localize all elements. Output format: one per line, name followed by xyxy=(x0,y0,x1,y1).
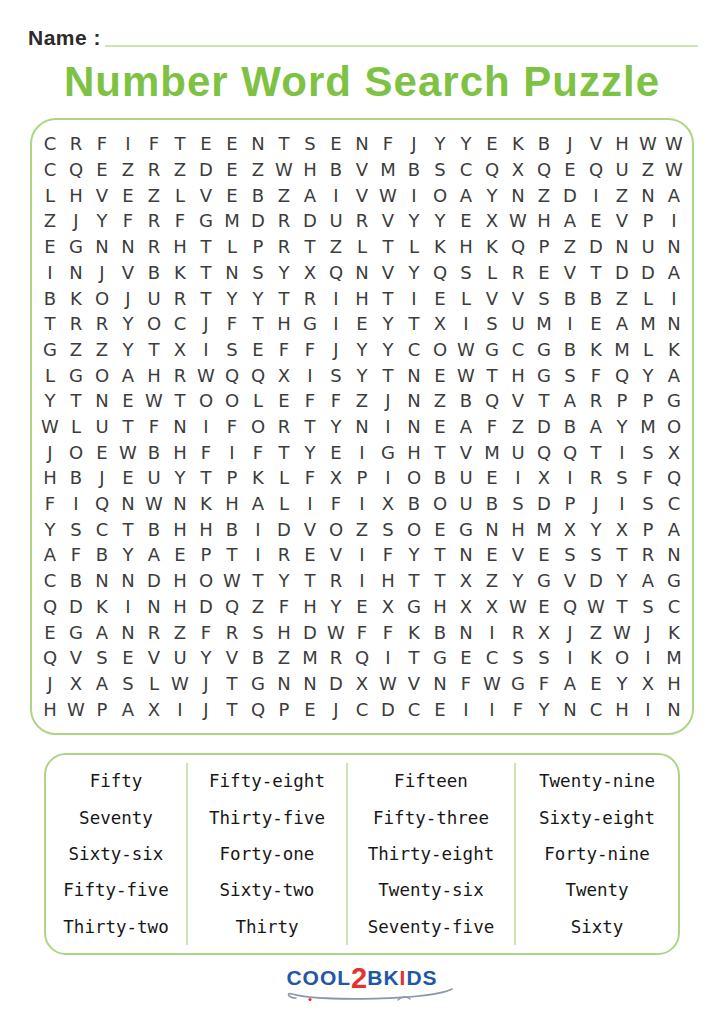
grid-cell: E xyxy=(193,131,219,157)
grid-cell: T xyxy=(531,388,557,414)
grid-cell: H xyxy=(661,671,687,697)
grid-cell: R xyxy=(297,285,323,311)
grid-cell: I xyxy=(557,645,583,671)
grid-cell: F xyxy=(219,311,245,337)
grid-cell: O xyxy=(245,414,271,440)
grid-cell: Y xyxy=(401,542,427,568)
grid-cell: Y xyxy=(271,568,297,594)
grid-cell: N xyxy=(297,671,323,697)
grid-cell: K xyxy=(63,285,89,311)
grid-cell: I xyxy=(115,131,141,157)
grid-cell: Q xyxy=(531,157,557,183)
grid-cell: E xyxy=(583,311,609,337)
grid-cell: H xyxy=(271,311,297,337)
grid-cell: A xyxy=(37,542,63,568)
grid-cell: K xyxy=(479,234,505,260)
grid-cell: H xyxy=(531,208,557,234)
grid-cell: T xyxy=(219,671,245,697)
word-item: Thirty-two xyxy=(63,917,168,937)
grid-cell: S xyxy=(557,542,583,568)
grid-cell: L xyxy=(271,465,297,491)
grid-cell: F xyxy=(635,465,661,491)
logo-swoosh-icon xyxy=(280,987,458,1003)
grid-cell: A xyxy=(635,568,661,594)
grid-cell: E xyxy=(531,594,557,620)
grid-cell: F xyxy=(89,131,115,157)
grid-cell: T xyxy=(63,388,89,414)
grid-cell: I xyxy=(245,516,271,542)
grid-cell: T xyxy=(427,542,453,568)
grid-cell: V xyxy=(89,182,115,208)
grid-cell: O xyxy=(193,568,219,594)
grid-cell: J xyxy=(193,696,219,722)
grid-cell: L xyxy=(401,234,427,260)
grid-cell: D xyxy=(609,259,635,285)
grid-cell: Z xyxy=(479,568,505,594)
grid-cell: W xyxy=(271,157,297,183)
word-item: Fifty-eight xyxy=(209,771,325,791)
grid-cell: F xyxy=(375,542,401,568)
grid-cell: H xyxy=(37,465,63,491)
grid-cell: V xyxy=(323,542,349,568)
grid-cell: D xyxy=(531,491,557,517)
grid-cell: L xyxy=(141,671,167,697)
grid-cell: F xyxy=(37,491,63,517)
grid-cell: F xyxy=(141,414,167,440)
grid-cell: X xyxy=(427,311,453,337)
grid-cell: T xyxy=(115,414,141,440)
worksheet-page: Name : Number Word Search Puzzle CRFIFTE… xyxy=(0,0,724,1024)
grid-cell: U xyxy=(167,645,193,671)
grid-cell: T xyxy=(427,439,453,465)
grid-cell: N xyxy=(89,388,115,414)
grid-cell: E xyxy=(453,645,479,671)
grid-cell: B xyxy=(557,337,583,363)
grid-cell: N xyxy=(141,594,167,620)
grid-cell: W xyxy=(141,491,167,517)
grid-cell: Z xyxy=(167,157,193,183)
grid-cell: J xyxy=(583,491,609,517)
grid-cell: B xyxy=(245,182,271,208)
grid-cell: P xyxy=(635,208,661,234)
grid-cell: V xyxy=(583,131,609,157)
grid-cell: X xyxy=(167,337,193,363)
word-item: Thirty-five xyxy=(209,808,325,828)
grid-cell: H xyxy=(219,491,245,517)
grid-cell: H xyxy=(375,568,401,594)
logo-text-cool: COOL xyxy=(286,966,351,989)
grid-cell: Y xyxy=(323,594,349,620)
grid-cell: A xyxy=(453,182,479,208)
grid-cell: Y xyxy=(37,516,63,542)
grid-cell: E xyxy=(453,208,479,234)
grid-cell: Q xyxy=(323,259,349,285)
grid-cell: T xyxy=(297,414,323,440)
grid-cell: G xyxy=(37,337,63,363)
word-item: Sixty-six xyxy=(69,844,164,864)
grid-cell: I xyxy=(63,491,89,517)
grid-cell: Y xyxy=(583,516,609,542)
word-item: Twenty-six xyxy=(378,880,483,900)
grid-cell: I xyxy=(557,311,583,337)
grid-cell: D xyxy=(323,671,349,697)
grid-cell: A xyxy=(557,388,583,414)
word-list: FiftySeventySixty-sixFifty-fiveThirty-tw… xyxy=(44,753,680,955)
grid-cell: H xyxy=(427,594,453,620)
grid-cell: Y xyxy=(609,414,635,440)
grid-cell: R xyxy=(323,568,349,594)
grid-cell: W xyxy=(193,362,219,388)
grid-cell: H xyxy=(141,362,167,388)
grid-cell: V xyxy=(115,259,141,285)
grid-cell: F xyxy=(141,131,167,157)
grid-cell: F xyxy=(271,594,297,620)
grid-cell: Q xyxy=(349,645,375,671)
grid-cell: D xyxy=(531,414,557,440)
grid-cell: P xyxy=(219,465,245,491)
grid-cell: I xyxy=(479,696,505,722)
grid-cell: J xyxy=(37,439,63,465)
grid-cell: S xyxy=(245,259,271,285)
grid-cell: X xyxy=(141,696,167,722)
grid-cell: O xyxy=(193,388,219,414)
grid-cell: T xyxy=(271,439,297,465)
grid-cell: S xyxy=(375,516,401,542)
grid-cell: S xyxy=(531,285,557,311)
grid-cell: H xyxy=(505,362,531,388)
grid-cell: T xyxy=(583,259,609,285)
grid-cell: W xyxy=(375,182,401,208)
grid-cell: Y xyxy=(609,568,635,594)
grid-cell: T xyxy=(609,594,635,620)
grid-cell: E xyxy=(349,311,375,337)
grid-cell: Q xyxy=(89,491,115,517)
grid-cell: I xyxy=(349,568,375,594)
grid-cell: W xyxy=(635,131,661,157)
grid-cell: F xyxy=(479,414,505,440)
grid-cell: S xyxy=(427,157,453,183)
cool2bkids-logo: COOL2BKIDS xyxy=(286,965,437,1003)
grid-cell: S xyxy=(63,516,89,542)
grid-cell: A xyxy=(297,182,323,208)
grid-cell: R xyxy=(141,208,167,234)
grid-cell: N xyxy=(63,259,89,285)
grid-cell: A xyxy=(141,542,167,568)
grid-cell: S xyxy=(245,619,271,645)
grid-cell: Q xyxy=(245,696,271,722)
grid-cell: N xyxy=(167,491,193,517)
grid-cell: O xyxy=(89,362,115,388)
grid-cell: Q xyxy=(245,362,271,388)
grid-cell: A xyxy=(609,311,635,337)
grid-cell: V xyxy=(375,259,401,285)
grid-cell: T xyxy=(193,285,219,311)
grid-cell: M xyxy=(479,439,505,465)
grid-cell: L xyxy=(37,182,63,208)
grid-cell: G xyxy=(401,594,427,620)
grid-cell: I xyxy=(401,182,427,208)
grid-cell: O xyxy=(401,516,427,542)
grid-cell: N xyxy=(635,182,661,208)
grid-cell: L xyxy=(635,285,661,311)
grid-cell: B xyxy=(401,157,427,183)
grid-cell: O xyxy=(63,439,89,465)
grid-cell: D xyxy=(557,182,583,208)
grid-cell: B xyxy=(141,259,167,285)
grid-cell: T xyxy=(375,234,401,260)
grid-cell: S xyxy=(583,542,609,568)
grid-cell: E xyxy=(115,182,141,208)
grid-cell: T xyxy=(219,696,245,722)
grid-cell: Y xyxy=(271,259,297,285)
grid-cell: Q xyxy=(37,594,63,620)
grid-cell: Q xyxy=(479,157,505,183)
grid-cell: T xyxy=(167,388,193,414)
grid-cell: N xyxy=(245,131,271,157)
word-item: Seventy xyxy=(79,808,153,828)
grid-cell: H xyxy=(505,516,531,542)
grid-cell: E xyxy=(219,157,245,183)
grid-cell: Y xyxy=(89,208,115,234)
grid-cell: A xyxy=(557,208,583,234)
grid-cell: N xyxy=(505,182,531,208)
grid-cell: L xyxy=(63,414,89,440)
grid-cell: R xyxy=(271,234,297,260)
grid-cell: V xyxy=(401,671,427,697)
grid-cell: E xyxy=(219,131,245,157)
grid-cell: A xyxy=(115,362,141,388)
grid-cell: Y xyxy=(427,208,453,234)
grid-cell: R xyxy=(141,619,167,645)
grid-cell: W xyxy=(505,208,531,234)
grid-cell: I xyxy=(37,259,63,285)
grid-cell: Q xyxy=(531,439,557,465)
grid-cell: U xyxy=(89,414,115,440)
grid-cell: N xyxy=(453,619,479,645)
word-item: Sixty xyxy=(571,917,624,937)
grid-cell: F xyxy=(245,439,271,465)
grid-cell: T xyxy=(427,568,453,594)
grid-cell: D xyxy=(63,594,89,620)
grid-cell: C xyxy=(167,311,193,337)
grid-cell: J xyxy=(193,671,219,697)
grid-cell: A xyxy=(245,491,271,517)
grid-cell: T xyxy=(115,516,141,542)
grid-cell: T xyxy=(141,337,167,363)
grid-cell: D xyxy=(141,568,167,594)
grid-cell: H xyxy=(37,696,63,722)
grid-cell: N xyxy=(661,542,687,568)
grid-cell: F xyxy=(219,414,245,440)
grid-cell: W xyxy=(323,619,349,645)
grid-cell: K xyxy=(505,131,531,157)
grid-cell: H xyxy=(167,568,193,594)
grid-cell: E xyxy=(557,157,583,183)
grid-cell: I xyxy=(193,337,219,363)
grid-cell: U xyxy=(453,491,479,517)
name-underline xyxy=(105,45,698,47)
grid-cell: X xyxy=(63,671,89,697)
grid-cell: F xyxy=(375,131,401,157)
grid-cell: B xyxy=(63,465,89,491)
grid-cell: C xyxy=(479,645,505,671)
grid-cell: T xyxy=(297,234,323,260)
grid-cell: E xyxy=(479,542,505,568)
grid-cell: R xyxy=(89,311,115,337)
grid-cell: N xyxy=(661,311,687,337)
grid-cell: L xyxy=(349,234,375,260)
grid-cell: S xyxy=(479,311,505,337)
grid-cell: E xyxy=(427,414,453,440)
grid-cell: S xyxy=(323,362,349,388)
grid-cell: H xyxy=(167,439,193,465)
grid-cell: I xyxy=(609,491,635,517)
grid-cell: A xyxy=(453,414,479,440)
grid-cell: E xyxy=(37,619,63,645)
grid-cell: K xyxy=(193,491,219,517)
grid-cell: T xyxy=(297,568,323,594)
grid-cell: X xyxy=(635,671,661,697)
grid-cell: A xyxy=(661,516,687,542)
grid-cell: X xyxy=(297,259,323,285)
grid-cell: Y xyxy=(609,671,635,697)
grid-cell: I xyxy=(219,439,245,465)
grid-cell: B xyxy=(89,542,115,568)
grid-cell: Q xyxy=(37,645,63,671)
grid-cell: X xyxy=(271,362,297,388)
grid-cell: Z xyxy=(609,182,635,208)
grid-cell: X xyxy=(479,208,505,234)
grid-cell: I xyxy=(635,645,661,671)
grid-cell: H xyxy=(297,594,323,620)
grid-cell: N xyxy=(609,234,635,260)
grid-cell: Y xyxy=(297,439,323,465)
grid-cell: E xyxy=(427,362,453,388)
grid-cell: E xyxy=(427,285,453,311)
grid-cell: H xyxy=(609,696,635,722)
grid-cell: Z xyxy=(271,645,297,671)
grid-cell: P xyxy=(271,696,297,722)
grid-cell: G xyxy=(297,311,323,337)
grid-cell: H xyxy=(167,234,193,260)
grid-cell: N xyxy=(89,568,115,594)
grid-cell: Y xyxy=(115,542,141,568)
grid-cell: C xyxy=(401,337,427,363)
grid-cell: Y xyxy=(635,362,661,388)
grid-cell: J xyxy=(557,131,583,157)
grid-cell: V xyxy=(297,516,323,542)
grid-cell: U xyxy=(323,208,349,234)
grid-cell: T xyxy=(271,285,297,311)
grid-cell: S xyxy=(635,491,661,517)
grid-cell: R xyxy=(271,208,297,234)
grid-cell: R xyxy=(323,645,349,671)
grid-cell: Q xyxy=(583,157,609,183)
grid-cell: Q xyxy=(505,234,531,260)
grid-cell: I xyxy=(453,696,479,722)
grid-cell: Z xyxy=(115,157,141,183)
grid-cell: I xyxy=(661,285,687,311)
grid-cell: D xyxy=(193,157,219,183)
grid-cell: B xyxy=(63,568,89,594)
grid-cell: S xyxy=(505,645,531,671)
grid-cell: O xyxy=(661,414,687,440)
grid-cell: T xyxy=(219,542,245,568)
grid-cell: W xyxy=(453,362,479,388)
grid-cell: J xyxy=(323,696,349,722)
grid-cell: N xyxy=(349,259,375,285)
name-row: Name : xyxy=(0,0,724,50)
grid-cell: I xyxy=(193,414,219,440)
grid-cell: J xyxy=(115,285,141,311)
grid-cell: K xyxy=(167,259,193,285)
grid-cell: W xyxy=(115,439,141,465)
grid-cell: T xyxy=(37,311,63,337)
grid-cell: K xyxy=(661,619,687,645)
grid-cell: W xyxy=(505,594,531,620)
grid-cell: N xyxy=(349,414,375,440)
grid-cell: E xyxy=(531,542,557,568)
grid-cell: I xyxy=(401,285,427,311)
grid-cell: W xyxy=(375,671,401,697)
grid-cell: X xyxy=(375,491,401,517)
grid-cell: X xyxy=(453,568,479,594)
grid-cell: Y xyxy=(193,645,219,671)
grid-cell: H xyxy=(609,131,635,157)
grid-cell: S xyxy=(453,259,479,285)
grid-cell: G xyxy=(453,516,479,542)
grid-cell: P xyxy=(635,388,661,414)
grid-cell: X xyxy=(375,594,401,620)
grid-cell: N xyxy=(401,388,427,414)
grid-cell: X xyxy=(557,516,583,542)
grid-cell: J xyxy=(63,208,89,234)
grid-cell: Z xyxy=(531,182,557,208)
grid-cell: H xyxy=(349,285,375,311)
grid-cell: V xyxy=(479,285,505,311)
grid-cell: Y xyxy=(37,388,63,414)
grid-cell: T xyxy=(375,285,401,311)
grid-cell: C xyxy=(37,568,63,594)
grid-cell: E xyxy=(89,439,115,465)
grid-cell: Y xyxy=(479,182,505,208)
grid-cell: U xyxy=(453,465,479,491)
grid-cell: Y xyxy=(115,311,141,337)
grid-cell: Z xyxy=(63,337,89,363)
grid-cell: Y xyxy=(375,311,401,337)
grid-cell: E xyxy=(297,542,323,568)
grid-cell: O xyxy=(427,491,453,517)
grid-cell: E xyxy=(427,696,453,722)
word-item: Thirty-eight xyxy=(368,844,494,864)
grid-cell: D xyxy=(375,696,401,722)
grid-cell: Y xyxy=(427,131,453,157)
grid-cell: F xyxy=(193,439,219,465)
grid-cell: B xyxy=(557,414,583,440)
grid-cell: H xyxy=(297,157,323,183)
word-item: Twenty-nine xyxy=(539,771,655,791)
grid-cell: O xyxy=(609,645,635,671)
grid-cell: Q xyxy=(219,594,245,620)
grid-cell: P xyxy=(193,542,219,568)
grid-cell: S xyxy=(505,491,531,517)
grid-cell: S xyxy=(89,645,115,671)
grid-cell: T xyxy=(401,645,427,671)
grid-cell: C xyxy=(37,131,63,157)
grid-cell: J xyxy=(375,388,401,414)
grid-cell: R xyxy=(635,542,661,568)
grid-cell: E xyxy=(115,388,141,414)
